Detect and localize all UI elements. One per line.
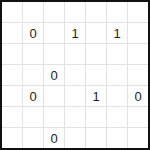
cell-r5c1[interactable]	[23, 107, 43, 127]
cell-r0c3[interactable]	[65, 2, 85, 22]
cell-r3c1[interactable]	[23, 65, 43, 85]
clue-cell-r1c1[interactable]: 0	[23, 23, 43, 43]
cell-r3c3[interactable]	[65, 65, 85, 85]
cell-r0c4[interactable]	[86, 2, 106, 22]
cell-r3c5[interactable]	[107, 65, 127, 85]
cell-r1c4[interactable]	[86, 23, 106, 43]
clue-cell-r3c2[interactable]: 0	[44, 65, 64, 85]
cell-r4c5[interactable]	[107, 86, 127, 106]
cell-r6c4[interactable]	[86, 128, 106, 148]
clue-cell-r4c6[interactable]: 0	[128, 86, 148, 106]
cell-r5c2[interactable]	[44, 107, 64, 127]
cell-r2c3[interactable]	[65, 44, 85, 64]
clue-cell-r4c4[interactable]: 1	[86, 86, 106, 106]
cell-r6c5[interactable]	[107, 128, 127, 148]
cell-r2c0[interactable]	[2, 44, 22, 64]
cell-r5c3[interactable]	[65, 107, 85, 127]
cell-r1c0[interactable]	[2, 23, 22, 43]
cell-r6c0[interactable]	[2, 128, 22, 148]
cell-r1c2[interactable]	[44, 23, 64, 43]
cell-r0c2[interactable]	[44, 2, 64, 22]
cell-r0c6[interactable]	[128, 2, 148, 22]
cell-r4c3[interactable]	[65, 86, 85, 106]
cell-r2c2[interactable]	[44, 44, 64, 64]
cell-r3c4[interactable]	[86, 65, 106, 85]
cell-r4c2[interactable]	[44, 86, 64, 106]
cell-r5c6[interactable]	[128, 107, 148, 127]
clue-cell-r1c5[interactable]: 1	[107, 23, 127, 43]
cell-r6c1[interactable]	[23, 128, 43, 148]
cell-r1c6[interactable]	[128, 23, 148, 43]
cell-r0c5[interactable]	[107, 2, 127, 22]
cell-r2c5[interactable]	[107, 44, 127, 64]
cell-r5c0[interactable]	[2, 107, 22, 127]
clue-cell-r4c1[interactable]: 0	[23, 86, 43, 106]
cell-r3c0[interactable]	[2, 65, 22, 85]
cell-r6c6[interactable]	[128, 128, 148, 148]
cell-r5c5[interactable]	[107, 107, 127, 127]
clue-cell-r6c2[interactable]: 0	[44, 128, 64, 148]
cell-r2c6[interactable]	[128, 44, 148, 64]
clue-cell-r1c3[interactable]: 1	[65, 23, 85, 43]
cell-r4c0[interactable]	[2, 86, 22, 106]
cell-r3c6[interactable]	[128, 65, 148, 85]
cell-r6c3[interactable]	[65, 128, 85, 148]
cell-r0c1[interactable]	[23, 2, 43, 22]
puzzle-board: 01100100	[0, 0, 150, 150]
cell-r5c4[interactable]	[86, 107, 106, 127]
cell-r2c4[interactable]	[86, 44, 106, 64]
cell-r0c0[interactable]	[2, 2, 22, 22]
cell-r2c1[interactable]	[23, 44, 43, 64]
